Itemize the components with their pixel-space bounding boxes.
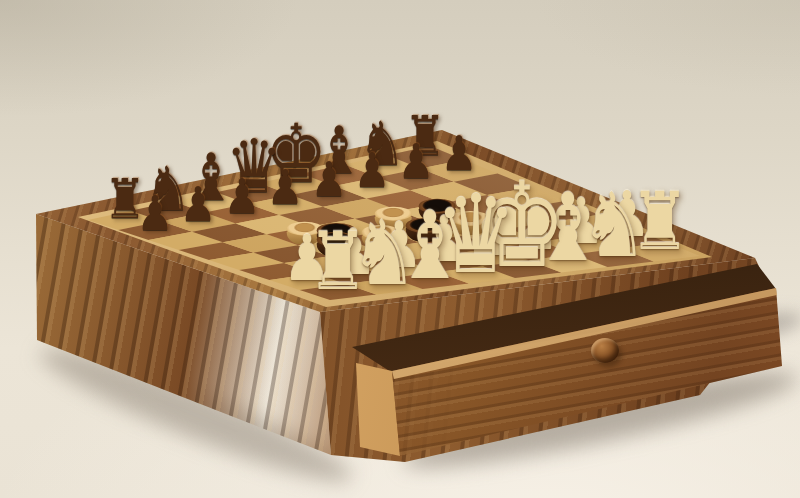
chess-piece-black-pawn-g7[interactable]: ♟ (397, 138, 434, 186)
chess-piece-white-rook-a1[interactable]: ♜ (307, 223, 368, 303)
chess-piece-black-pawn-b7[interactable]: ♟ (180, 180, 217, 228)
chess-piece-black-pawn-h7[interactable]: ♟ (441, 129, 478, 177)
chess-set-photo: ♜♞♝♛♚♝♞♜♟♟♟♟♟♟♟♟♟♟♟♟♟♟♟♟♜♞♝♛♚♝♞♜ (0, 0, 800, 498)
chess-piece-black-pawn-a7[interactable]: ♟ (137, 189, 174, 237)
chess-piece-black-pawn-f7[interactable]: ♟ (354, 146, 391, 194)
pieces-layer: ♜♞♝♛♚♝♞♜♟♟♟♟♟♟♟♟♟♟♟♟♟♟♟♟♜♞♝♛♚♝♞♜ (0, 0, 800, 498)
chess-piece-black-pawn-e7[interactable]: ♟ (310, 155, 347, 203)
chess-piece-black-pawn-c7[interactable]: ♟ (224, 172, 261, 220)
chess-piece-black-pawn-d7[interactable]: ♟ (267, 163, 304, 211)
